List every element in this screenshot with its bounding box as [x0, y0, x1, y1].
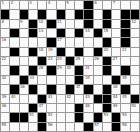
grid-cell-r14c14[interactable]: 58 [121, 123, 129, 131]
grid-cell-r4c12[interactable]: 15 [103, 29, 111, 37]
clue-number: 30 [66, 66, 71, 70]
black-cell-r2c3 [20, 10, 28, 18]
clue-number: 24 [57, 57, 62, 61]
grid-cell-r13c7[interactable] [57, 113, 65, 121]
clue-number: 14 [85, 29, 90, 33]
grid-cell-r9c15[interactable] [131, 76, 139, 84]
clue-number: 27 [113, 57, 118, 61]
grid-cell-r11c3[interactable] [20, 95, 28, 103]
grid-cell-r7c7[interactable]: 24 [57, 57, 65, 65]
grid-cell-r11c1[interactable]: 39 [1, 95, 9, 103]
grid-cell-r6c8[interactable] [66, 48, 74, 56]
grid-cell-r7c1[interactable]: 22 [1, 57, 9, 65]
grid-cell-r11c6[interactable]: 41 [47, 95, 55, 103]
grid-cell-r1c15[interactable] [131, 1, 139, 9]
grid-cell-r10c1[interactable] [1, 85, 9, 93]
black-cell-r10c8 [66, 85, 74, 93]
grid-cell-r1c11[interactable]: 6 [94, 1, 102, 9]
grid-cell-r3c7[interactable]: 11 [57, 20, 65, 28]
grid-cell-r7c9[interactable]: 25 [75, 57, 83, 65]
grid-cell-r14c15[interactable] [131, 123, 139, 131]
grid-cell-r11c14[interactable]: 45 [121, 95, 129, 103]
grid-cell-r3c13[interactable] [112, 20, 120, 28]
grid-cell-r13c4[interactable]: 51 [29, 113, 37, 121]
grid-cell-r1c12[interactable] [103, 1, 111, 9]
black-cell-r9c9 [75, 76, 83, 84]
grid-cell-r10c3[interactable]: 36 [20, 85, 28, 93]
grid-cell-r5c9[interactable] [75, 38, 83, 46]
grid-cell-r8c11[interactable] [94, 66, 102, 74]
grid-cell-r10c15[interactable] [131, 85, 139, 93]
black-cell-r8c2 [10, 66, 18, 74]
grid-cell-r5c8[interactable] [66, 38, 74, 46]
black-cell-r10c14 [121, 85, 129, 93]
grid-cell-r13c10[interactable] [84, 113, 92, 121]
grid-cell-r14c11[interactable]: 57 [94, 123, 102, 131]
black-cell-r9c13 [112, 76, 120, 84]
grid-cell-r4c3[interactable] [20, 29, 28, 37]
clue-number: 47 [39, 104, 44, 108]
grid-cell-r12c1[interactable]: 46 [1, 104, 9, 112]
clue-number: 43 [85, 95, 90, 99]
clue-number: 56 [48, 123, 53, 127]
black-cell-r3c10 [84, 20, 92, 28]
black-cell-r5c14 [121, 38, 129, 46]
grid-cell-r11c8[interactable]: 42 [66, 95, 74, 103]
grid-cell-r1c5[interactable] [38, 1, 46, 9]
crossword-grid: 1234567891011121314151617181920212223242… [0, 0, 140, 132]
clue-number: 13 [39, 29, 44, 33]
grid-cell-r7c13[interactable]: 27 [112, 57, 120, 65]
grid-cell-r9c11[interactable] [94, 76, 102, 84]
clue-number: 45 [122, 95, 127, 99]
grid-cell-r7c6[interactable]: 23 [47, 57, 55, 65]
grid-cell-r5c3[interactable] [20, 38, 28, 46]
grid-cell-r3c1[interactable]: 8 [1, 20, 9, 28]
grid-cell-r11c13[interactable]: 44 [112, 95, 120, 103]
grid-cell-r8c3[interactable] [20, 66, 28, 74]
grid-cell-r11c9[interactable] [75, 95, 83, 103]
grid-cell-r1c1[interactable]: 1 [1, 1, 9, 9]
clue-number: 22 [2, 57, 7, 61]
grid-cell-r10c5[interactable] [38, 85, 46, 93]
black-cell-r11c12 [103, 95, 111, 103]
clue-number: 38 [113, 85, 118, 89]
black-cell-r4c2 [10, 29, 18, 37]
grid-cell-r7c15[interactable] [131, 57, 139, 65]
grid-cell-r12c14[interactable] [121, 104, 129, 112]
grid-cell-r10c7[interactable] [57, 85, 65, 93]
black-cell-r8c9 [75, 66, 83, 74]
grid-cell-r14c9[interactable] [75, 123, 83, 131]
grid-cell-r4c6[interactable] [47, 29, 55, 37]
clue-number: 31 [85, 66, 90, 70]
clue-number: 17 [57, 38, 62, 42]
clue-number: 5 [66, 1, 68, 5]
grid-cell-r11c4[interactable] [29, 95, 37, 103]
grid-cell-r2c4[interactable] [29, 10, 37, 18]
black-cell-r11c5 [38, 95, 46, 103]
grid-cell-r10c11[interactable] [94, 85, 102, 93]
clue-number: 28 [39, 66, 44, 70]
grid-cell-r1c14[interactable] [121, 1, 129, 9]
grid-cell-r13c14[interactable]: 54 [121, 113, 129, 121]
clue-number: 50 [131, 104, 136, 108]
clue-number: 42 [66, 95, 71, 99]
black-cell-r6c4 [29, 48, 37, 56]
black-cell-r8c4 [29, 66, 37, 74]
clue-number: 35 [122, 76, 127, 80]
grid-cell-r3c8[interactable] [66, 20, 74, 28]
grid-cell-r3c2[interactable] [10, 20, 18, 28]
grid-cell-r5c15[interactable] [131, 38, 139, 46]
black-cell-r5c12 [103, 38, 111, 46]
clue-number: 34 [85, 76, 90, 80]
black-cell-r14c5 [38, 123, 46, 131]
grid-cell-r2c13[interactable] [112, 10, 120, 18]
grid-cell-r12c8[interactable] [66, 104, 74, 112]
black-cell-r14c13 [112, 123, 120, 131]
clue-number: 18 [39, 48, 44, 52]
grid-cell-r12c6[interactable] [47, 104, 55, 112]
grid-cell-r1c8[interactable]: 5 [66, 1, 74, 9]
grid-cell-r1c2[interactable]: 2 [10, 1, 18, 9]
black-cell-r5c6 [47, 38, 55, 46]
grid-cell-r12c15[interactable]: 50 [131, 104, 139, 112]
black-cell-r4c14 [121, 29, 129, 37]
clue-number: 3 [29, 1, 31, 5]
grid-cell-r10c9[interactable]: 37 [75, 85, 83, 93]
black-cell-r7c8 [66, 57, 74, 65]
grid-cell-r3c9[interactable] [75, 20, 83, 28]
grid-cell-r6c10[interactable] [84, 48, 92, 56]
grid-cell-r12c5[interactable]: 47 [38, 104, 46, 112]
clue-number: 57 [94, 123, 99, 127]
black-cell-r6c9 [75, 48, 83, 56]
grid-cell-r6c12[interactable]: 20 [103, 48, 111, 56]
clue-number: 1 [2, 1, 4, 5]
clue-number: 46 [2, 104, 7, 108]
clue-number: 20 [103, 48, 108, 52]
grid-cell-r12c7[interactable] [57, 104, 65, 112]
grid-cell-r10c13[interactable]: 38 [112, 85, 120, 93]
grid-cell-r9c14[interactable]: 35 [121, 76, 129, 84]
grid-cell-r13c12[interactable]: 53 [103, 113, 111, 121]
grid-cell-r12c11[interactable] [94, 104, 102, 112]
black-cell-r13c11 [94, 113, 102, 121]
clue-number: 12 [131, 20, 136, 24]
grid-cell-r7c4[interactable] [29, 57, 37, 65]
grid-cell-r3c11[interactable] [94, 20, 102, 28]
black-cell-r8c12 [103, 66, 111, 74]
clue-number: 53 [103, 113, 108, 117]
black-cell-r2c12 [103, 10, 111, 18]
grid-cell-r5c5[interactable] [38, 38, 46, 46]
grid-cell-r14c8[interactable] [66, 123, 74, 131]
black-cell-r6c2 [10, 48, 18, 56]
clue-number: 15 [103, 29, 108, 33]
black-cell-r2c10 [84, 10, 92, 18]
grid-cell-r6c14[interactable]: 21 [121, 48, 129, 56]
black-cell-r7c12 [103, 57, 111, 65]
black-cell-r13c5 [38, 113, 46, 121]
grid-cell-r12c13[interactable]: 49 [112, 104, 120, 112]
black-cell-r6c11 [94, 48, 102, 56]
grid-cell-r14c7[interactable] [57, 123, 65, 131]
clue-number: 16 [2, 38, 7, 42]
grid-cell-r1c4[interactable]: 3 [29, 1, 37, 9]
grid-cell-r2c11[interactable] [94, 10, 102, 18]
grid-cell-r2c2[interactable] [10, 10, 18, 18]
clue-number: 54 [122, 113, 127, 117]
grid-cell-r13c1[interactable] [1, 113, 9, 121]
grid-cell-r5c13[interactable] [112, 38, 120, 46]
clue-number: 6 [94, 1, 96, 5]
grid-cell-r1c13[interactable]: 7 [112, 1, 120, 9]
clue-number: 21 [122, 48, 127, 52]
grid-cell-r5c10[interactable] [84, 38, 92, 46]
black-cell-r13c2 [10, 113, 18, 121]
grid-cell-r14c3[interactable] [20, 123, 28, 131]
grid-cell-r6c1[interactable] [1, 48, 9, 56]
black-cell-r11c15 [131, 95, 139, 103]
grid-cell-r4c10[interactable]: 14 [84, 29, 92, 37]
grid-cell-r6c15[interactable] [131, 48, 139, 56]
grid-cell-r7c11[interactable]: 26 [94, 57, 102, 65]
grid-cell-r9c6[interactable] [47, 76, 55, 84]
clue-number: 39 [2, 95, 7, 99]
grid-cell-r6c3[interactable] [20, 48, 28, 56]
grid-cell-r5c4[interactable] [29, 38, 37, 46]
black-cell-r10c6 [47, 85, 55, 93]
grid-cell-r1c9[interactable] [75, 1, 83, 9]
grid-cell-r14c12[interactable] [103, 123, 111, 131]
grid-cell-r6c13[interactable] [112, 48, 120, 56]
black-cell-r10c12 [103, 85, 111, 93]
grid-cell-r9c4[interactable]: 33 [29, 76, 37, 84]
grid-cell-r12c2[interactable] [10, 104, 18, 112]
black-cell-r2c15 [131, 10, 139, 18]
black-cell-r13c3 [20, 113, 28, 121]
clue-number: 49 [113, 104, 118, 108]
black-cell-r12c12 [103, 104, 111, 112]
black-cell-r12c9 [75, 104, 83, 112]
grid-cell-r5c2[interactable] [10, 38, 18, 46]
crossword-puzzle: 1234567891011121314151617181920212223242… [0, 0, 140, 132]
grid-cell-r2c6[interactable] [47, 10, 55, 18]
grid-cell-r11c7[interactable] [57, 95, 65, 103]
black-cell-r4c4 [29, 29, 37, 37]
black-cell-r1c10 [84, 1, 92, 9]
clue-number: 9 [20, 20, 22, 24]
grid-cell-r6c6[interactable]: 19 [47, 48, 55, 56]
black-cell-r4c9 [75, 29, 83, 37]
black-cell-r9c3 [20, 76, 28, 84]
grid-cell-r8c1[interactable] [1, 66, 9, 74]
clue-number: 40 [11, 95, 16, 99]
grid-cell-r14c4[interactable] [29, 123, 37, 131]
clue-number: 8 [2, 20, 4, 24]
black-cell-r6c7 [57, 48, 65, 56]
clue-number: 48 [85, 104, 90, 108]
black-cell-r10c2 [10, 85, 18, 93]
clue-number: 44 [113, 95, 118, 99]
clue-number: 58 [122, 123, 127, 127]
grid-cell-r8c8[interactable]: 30 [66, 66, 74, 74]
grid-cell-r7c2[interactable] [10, 57, 18, 65]
clue-number: 4 [48, 1, 50, 5]
clue-number: 55 [2, 123, 7, 127]
black-cell-r14c10 [84, 123, 92, 131]
grid-cell-r6c5[interactable]: 18 [38, 48, 46, 56]
grid-cell-r14c6[interactable]: 56 [47, 123, 55, 131]
clue-number: 52 [48, 113, 53, 117]
grid-cell-r5c7[interactable]: 17 [57, 38, 65, 46]
black-cell-r2c1 [1, 10, 9, 18]
grid-cell-r7c10[interactable] [84, 57, 92, 65]
grid-cell-r3c5[interactable]: 10 [38, 20, 46, 28]
clue-number: 7 [113, 1, 115, 5]
clue-number: 23 [48, 57, 53, 61]
black-cell-r13c13 [112, 113, 120, 121]
clue-number: 25 [76, 57, 81, 61]
grid-cell-r9c5[interactable] [38, 76, 46, 84]
clue-number: 36 [20, 85, 25, 89]
black-cell-r13c9 [75, 113, 83, 121]
grid-cell-r1c7[interactable] [57, 1, 65, 9]
black-cell-r11c11 [94, 95, 102, 103]
black-cell-r4c7 [57, 29, 65, 37]
grid-cell-r14c1[interactable]: 55 [1, 123, 9, 131]
grid-cell-r7c14[interactable] [121, 57, 129, 65]
grid-cell-r13c8[interactable] [66, 113, 74, 121]
grid-cell-r3c3[interactable]: 9 [20, 20, 28, 28]
black-cell-r3c14 [121, 20, 129, 28]
grid-cell-r8c10[interactable]: 31 [84, 66, 92, 74]
grid-cell-r4c13[interactable] [112, 29, 120, 37]
grid-cell-r5c11[interactable] [94, 38, 102, 46]
clue-number: 2 [11, 1, 13, 5]
grid-cell-r2c8[interactable] [66, 10, 74, 18]
clue-number: 41 [48, 95, 53, 99]
black-cell-r2c14 [121, 10, 129, 18]
black-cell-r3c4 [29, 20, 37, 28]
black-cell-r8c14 [121, 66, 129, 74]
clue-number: 29 [57, 66, 62, 70]
grid-cell-r9c2[interactable] [10, 76, 18, 84]
black-cell-r7c5 [38, 57, 46, 65]
grid-cell-r1c6[interactable]: 4 [47, 1, 55, 9]
black-cell-r2c9 [75, 10, 83, 18]
grid-cell-r9c10[interactable]: 34 [84, 76, 92, 84]
black-cell-r10c4 [29, 85, 37, 93]
grid-cell-r4c1[interactable] [1, 29, 9, 37]
grid-cell-r8c7[interactable]: 29 [57, 66, 65, 74]
grid-cell-r4c8[interactable] [66, 29, 74, 37]
grid-cell-r3c15[interactable]: 12 [131, 20, 139, 28]
grid-cell-r5c1[interactable]: 16 [1, 38, 9, 46]
grid-cell-r1c3[interactable] [20, 1, 28, 9]
clue-number: 33 [29, 76, 34, 80]
grid-cell-r8c13[interactable] [112, 66, 120, 74]
grid-cell-r9c7[interactable] [57, 76, 65, 84]
clue-number: 26 [94, 57, 99, 61]
grid-cell-r9c12[interactable] [103, 76, 111, 84]
grid-cell-r12c10[interactable]: 48 [84, 104, 92, 112]
black-cell-r2c7 [57, 10, 65, 18]
grid-cell-r11c2[interactable]: 40 [10, 95, 18, 103]
grid-cell-r12c3[interactable] [20, 104, 28, 112]
clue-number: 32 [2, 76, 7, 80]
grid-cell-r9c8[interactable] [66, 76, 74, 84]
black-cell-r2c5 [38, 10, 46, 18]
grid-cell-r4c15[interactable] [131, 29, 139, 37]
black-cell-r3c6 [47, 20, 55, 28]
grid-cell-r7c3[interactable] [20, 57, 28, 65]
grid-cell-r9c1[interactable]: 32 [1, 76, 9, 84]
clue-number: 11 [57, 20, 62, 24]
black-cell-r12c4 [29, 104, 37, 112]
grid-cell-r11c10[interactable]: 43 [84, 95, 92, 103]
grid-cell-r8c5[interactable]: 28 [38, 66, 46, 74]
black-cell-r10c10 [84, 85, 92, 93]
clue-number: 51 [29, 113, 34, 117]
grid-cell-r14c2[interactable] [10, 123, 18, 131]
clue-number: 19 [48, 48, 53, 52]
black-cell-r8c6 [47, 66, 55, 74]
black-cell-r4c11 [94, 29, 102, 37]
clue-number: 37 [76, 85, 81, 89]
clue-number: 10 [39, 20, 44, 24]
grid-cell-r13c6[interactable]: 52 [47, 113, 55, 121]
grid-cell-r8c15[interactable] [131, 66, 139, 74]
grid-cell-r4c5[interactable]: 13 [38, 29, 46, 37]
grid-cell-r13c15[interactable] [131, 113, 139, 121]
black-cell-r3c12 [103, 20, 111, 28]
